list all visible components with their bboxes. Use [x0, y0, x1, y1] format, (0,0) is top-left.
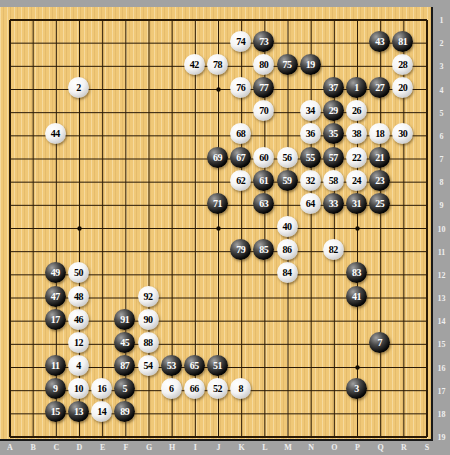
move-number: 7: [377, 337, 382, 348]
move-number: 77: [259, 82, 268, 93]
stone-white-6: 6: [161, 378, 182, 399]
move-number: 4: [76, 360, 81, 371]
stone-white-78: 78: [207, 54, 228, 75]
col-label-C: C: [50, 443, 62, 452]
move-number: 32: [306, 175, 315, 186]
stone-black-7: 7: [369, 332, 390, 353]
row-label-13: 13: [433, 294, 450, 303]
stone-black-19: 19: [300, 54, 321, 75]
move-number: 37: [329, 82, 338, 93]
row-label-14: 14: [433, 317, 450, 326]
col-label-S: S: [421, 443, 433, 452]
move-number: 40: [283, 221, 292, 232]
row-label-16: 16: [433, 364, 450, 373]
move-number: 46: [74, 314, 83, 325]
row-label-2: 2: [433, 39, 450, 48]
stone-white-54: 54: [138, 355, 159, 376]
move-number: 60: [259, 152, 268, 163]
hoshi-dot: [355, 365, 359, 369]
move-number: 48: [74, 291, 83, 302]
top-coordinate-strip: [0, 0, 433, 7]
row-label-7: 7: [433, 155, 450, 164]
move-number: 5: [123, 383, 128, 394]
move-number: 78: [213, 59, 222, 70]
stone-white-56: 56: [277, 147, 298, 168]
stone-white-84: 84: [277, 262, 298, 283]
move-number: 14: [97, 406, 106, 417]
move-number: 53: [167, 360, 176, 371]
row-label-15: 15: [433, 340, 450, 349]
move-number: 90: [144, 314, 153, 325]
row-label-18: 18: [433, 410, 450, 419]
stone-black-51: 51: [207, 355, 228, 376]
row-label-1: 1: [433, 16, 450, 25]
move-number: 87: [120, 360, 129, 371]
move-number: 83: [352, 267, 361, 278]
row-coordinates: 12345678910111213141516171819: [433, 0, 450, 455]
move-number: 3: [354, 383, 359, 394]
row-label-10: 10: [433, 225, 450, 234]
move-number: 75: [283, 59, 292, 70]
move-number: 27: [375, 82, 384, 93]
move-number: 63: [259, 198, 268, 209]
stone-white-46: 46: [68, 309, 89, 330]
stone-black-11: 11: [45, 355, 66, 376]
move-number: 52: [213, 383, 222, 394]
move-number: 85: [259, 244, 268, 255]
move-number: 24: [352, 175, 361, 186]
move-number: 21: [375, 152, 384, 163]
stone-white-66: 66: [184, 378, 205, 399]
stone-black-33: 33: [323, 193, 344, 214]
move-number: 31: [352, 198, 361, 209]
move-number: 8: [238, 383, 243, 394]
stone-white-48: 48: [68, 286, 89, 307]
stone-black-37: 37: [323, 77, 344, 98]
stone-black-1: 1: [346, 77, 367, 98]
col-label-R: R: [398, 443, 410, 452]
move-number: 67: [236, 152, 245, 163]
stone-white-22: 22: [346, 147, 367, 168]
stone-white-64: 64: [300, 193, 321, 214]
move-number: 49: [51, 267, 60, 278]
move-number: 23: [375, 175, 384, 186]
move-number: 89: [120, 406, 129, 417]
stone-white-2: 2: [68, 77, 89, 98]
stone-white-92: 92: [138, 286, 159, 307]
go-board: 1234567891011121314151617181920212223242…: [0, 7, 433, 441]
hoshi-dot: [216, 226, 220, 230]
stone-black-25: 25: [369, 193, 390, 214]
hoshi-dot: [77, 226, 81, 230]
move-number: 91: [120, 314, 129, 325]
col-label-H: H: [166, 443, 178, 452]
move-number: 65: [190, 360, 199, 371]
move-number: 86: [283, 244, 292, 255]
move-number: 26: [352, 105, 361, 116]
row-label-19: 19: [433, 433, 450, 442]
stone-white-40: 40: [277, 216, 298, 237]
stone-black-73: 73: [253, 31, 274, 52]
move-number: 74: [236, 36, 245, 47]
move-number: 66: [190, 383, 199, 394]
stone-black-61: 61: [253, 170, 274, 191]
column-coordinates: ABCDEFGHIJKLMNOPQRS: [0, 441, 433, 455]
stone-black-67: 67: [230, 147, 251, 168]
stone-white-32: 32: [300, 170, 321, 191]
stone-black-57: 57: [323, 147, 344, 168]
move-number: 22: [352, 152, 361, 163]
stone-black-43: 43: [369, 31, 390, 52]
stone-white-12: 12: [68, 332, 89, 353]
col-label-P: P: [352, 443, 364, 452]
stone-black-17: 17: [45, 309, 66, 330]
move-number: 15: [51, 406, 60, 417]
col-label-M: M: [282, 443, 294, 452]
move-number: 57: [329, 152, 338, 163]
move-number: 73: [259, 36, 268, 47]
row-label-8: 8: [433, 178, 450, 187]
stone-white-82: 82: [323, 239, 344, 260]
col-label-N: N: [305, 443, 317, 452]
move-number: 20: [398, 82, 407, 93]
move-number: 34: [306, 105, 315, 116]
col-label-L: L: [259, 443, 271, 452]
move-number: 79: [236, 244, 245, 255]
stone-black-21: 21: [369, 147, 390, 168]
col-label-K: K: [236, 443, 248, 452]
stone-white-24: 24: [346, 170, 367, 191]
move-number: 25: [375, 198, 384, 209]
move-number: 71: [213, 198, 222, 209]
move-number: 43: [375, 36, 384, 47]
stone-black-65: 65: [184, 355, 205, 376]
stone-white-76: 76: [230, 77, 251, 98]
move-number: 35: [329, 128, 338, 139]
col-label-B: B: [27, 443, 39, 452]
stone-black-29: 29: [323, 100, 344, 121]
stone-black-55: 55: [300, 147, 321, 168]
move-number: 9: [53, 383, 58, 394]
move-number: 70: [259, 105, 268, 116]
col-label-E: E: [97, 443, 109, 452]
stone-white-60: 60: [253, 147, 274, 168]
stone-black-41: 41: [346, 286, 367, 307]
stone-white-88: 88: [138, 332, 159, 353]
move-number: 45: [120, 337, 129, 348]
hoshi-dot: [355, 226, 359, 230]
move-number: 42: [190, 59, 199, 70]
stone-white-4: 4: [68, 355, 89, 376]
move-number: 16: [97, 383, 106, 394]
row-label-5: 5: [433, 109, 450, 118]
move-number: 56: [283, 152, 292, 163]
move-number: 82: [329, 244, 338, 255]
stone-black-47: 47: [45, 286, 66, 307]
move-number: 84: [283, 267, 292, 278]
col-label-O: O: [328, 443, 340, 452]
move-number: 6: [169, 383, 174, 394]
stone-white-74: 74: [230, 31, 251, 52]
kifu-diagram: 1234567891011121314151617181920212223242…: [0, 0, 450, 455]
move-number: 44: [51, 128, 60, 139]
move-number: 61: [259, 175, 268, 186]
move-number: 50: [74, 267, 83, 278]
move-number: 11: [51, 360, 59, 371]
move-number: 41: [352, 291, 361, 302]
stone-white-86: 86: [277, 239, 298, 260]
move-number: 30: [398, 128, 407, 139]
move-number: 58: [329, 175, 338, 186]
stone-white-90: 90: [138, 309, 159, 330]
row-label-17: 17: [433, 387, 450, 396]
move-number: 92: [144, 291, 153, 302]
stone-black-81: 81: [392, 31, 413, 52]
col-label-F: F: [120, 443, 132, 452]
move-number: 38: [352, 128, 361, 139]
stone-black-71: 71: [207, 193, 228, 214]
move-number: 88: [144, 337, 153, 348]
stone-white-58: 58: [323, 170, 344, 191]
row-label-12: 12: [433, 271, 450, 280]
move-number: 19: [306, 59, 315, 70]
row-label-3: 3: [433, 62, 450, 71]
row-label-4: 4: [433, 86, 450, 95]
col-label-G: G: [143, 443, 155, 452]
move-number: 1: [354, 82, 359, 93]
move-number: 47: [51, 291, 60, 302]
stone-black-31: 31: [346, 193, 367, 214]
col-label-Q: Q: [375, 443, 387, 452]
col-label-J: J: [213, 443, 225, 452]
move-number: 13: [74, 406, 83, 417]
stone-black-59: 59: [277, 170, 298, 191]
stone-black-53: 53: [161, 355, 182, 376]
stone-white-26: 26: [346, 100, 367, 121]
stone-white-34: 34: [300, 100, 321, 121]
move-number: 62: [236, 175, 245, 186]
move-number: 17: [51, 314, 60, 325]
stone-black-75: 75: [277, 54, 298, 75]
move-number: 54: [144, 360, 153, 371]
col-label-I: I: [189, 443, 201, 452]
stone-black-23: 23: [369, 170, 390, 191]
stone-black-69: 69: [207, 147, 228, 168]
hoshi-dot: [216, 87, 220, 91]
move-number: 81: [398, 36, 407, 47]
stone-white-62: 62: [230, 170, 251, 191]
row-label-6: 6: [433, 132, 450, 141]
move-number: 29: [329, 105, 338, 116]
move-number: 51: [213, 360, 222, 371]
col-label-A: A: [4, 443, 16, 452]
move-number: 76: [236, 82, 245, 93]
row-label-9: 9: [433, 201, 450, 210]
stone-white-42: 42: [184, 54, 205, 75]
move-number: 59: [283, 175, 292, 186]
move-number: 18: [375, 128, 384, 139]
move-number: 28: [398, 59, 407, 70]
col-label-D: D: [74, 443, 86, 452]
move-number: 64: [306, 198, 315, 209]
move-number: 80: [259, 59, 268, 70]
move-number: 69: [213, 152, 222, 163]
stone-black-9: 9: [45, 378, 66, 399]
move-number: 55: [306, 152, 315, 163]
move-number: 33: [329, 198, 338, 209]
move-number: 2: [76, 82, 81, 93]
stone-white-36: 36: [300, 123, 321, 144]
move-number: 12: [74, 337, 83, 348]
move-number: 68: [236, 128, 245, 139]
move-number: 36: [306, 128, 315, 139]
move-number: 10: [74, 383, 83, 394]
row-label-11: 11: [433, 248, 450, 257]
stone-black-91: 91: [114, 309, 135, 330]
